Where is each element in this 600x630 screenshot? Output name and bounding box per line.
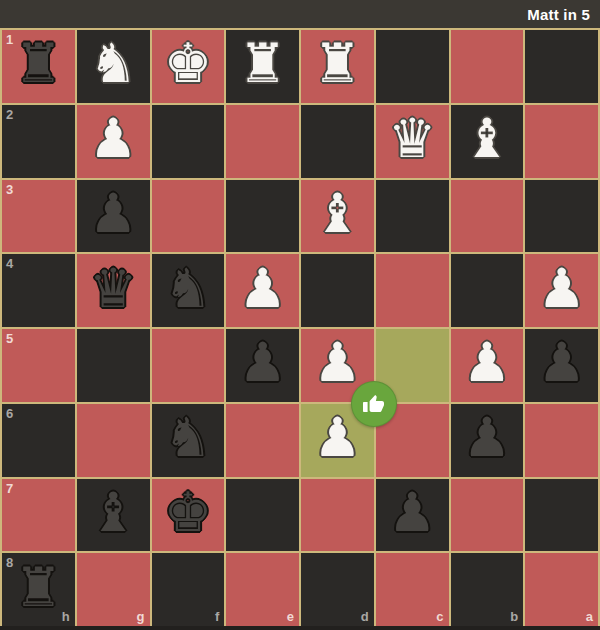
rank-label-8: 8 [6, 555, 13, 570]
file-label-f: f [215, 609, 219, 624]
square-f2[interactable] [152, 105, 225, 178]
file-label-b: b [510, 609, 518, 624]
square-h7[interactable]: 7 [2, 479, 75, 552]
rank-label-5: 5 [6, 331, 13, 346]
board-wrapper: ♜1♞♚♜♜2♟♛♝3♟♝4♛♞♟♟5♟♟♟♟6♞♟♟7♝♚♟♜8hgfedcb… [0, 28, 600, 628]
square-b2[interactable]: ♝ [451, 105, 524, 178]
square-d3[interactable]: ♝ [301, 180, 374, 253]
black-rook[interactable]: ♜ [14, 37, 62, 91]
square-d4[interactable] [301, 254, 374, 327]
square-a2[interactable] [525, 105, 598, 178]
square-e8[interactable]: e [226, 553, 299, 626]
thumbs-up-icon [362, 392, 386, 416]
black-pawn[interactable]: ♟ [238, 336, 286, 390]
square-e7[interactable] [226, 479, 299, 552]
square-f7[interactable]: ♚ [152, 479, 225, 552]
square-a1[interactable] [525, 30, 598, 103]
white-pawn[interactable]: ♟ [463, 336, 511, 390]
black-pawn[interactable]: ♟ [388, 486, 436, 540]
white-knight[interactable]: ♞ [89, 37, 137, 91]
square-c2[interactable]: ♛ [376, 105, 449, 178]
file-label-h: h [62, 609, 70, 624]
square-f4[interactable]: ♞ [152, 254, 225, 327]
square-c4[interactable] [376, 254, 449, 327]
rank-label-2: 2 [6, 107, 13, 122]
white-rook[interactable]: ♜ [313, 37, 361, 91]
square-e3[interactable] [226, 180, 299, 253]
square-a4[interactable]: ♟ [525, 254, 598, 327]
black-king[interactable]: ♚ [164, 486, 212, 540]
square-h4[interactable]: 4 [2, 254, 75, 327]
square-a7[interactable] [525, 479, 598, 552]
square-f1[interactable]: ♚ [152, 30, 225, 103]
file-label-d: d [361, 609, 369, 624]
black-knight[interactable]: ♞ [164, 411, 212, 465]
white-king[interactable]: ♚ [164, 37, 212, 91]
square-c8[interactable]: c [376, 553, 449, 626]
black-pawn[interactable]: ♟ [537, 336, 585, 390]
square-e1[interactable]: ♜ [226, 30, 299, 103]
header-bar: Matt in 5 [0, 0, 600, 28]
white-pawn[interactable]: ♟ [537, 262, 585, 316]
square-b8[interactable]: b [451, 553, 524, 626]
square-d1[interactable]: ♜ [301, 30, 374, 103]
square-e5[interactable]: ♟ [226, 329, 299, 402]
square-g8[interactable]: g [77, 553, 150, 626]
square-g6[interactable] [77, 404, 150, 477]
square-b5[interactable]: ♟ [451, 329, 524, 402]
black-bishop[interactable]: ♝ [89, 486, 137, 540]
square-e2[interactable] [226, 105, 299, 178]
square-f6[interactable]: ♞ [152, 404, 225, 477]
puzzle-title: Matt in 5 [527, 6, 590, 23]
square-h5[interactable]: 5 [2, 329, 75, 402]
square-g1[interactable]: ♞ [77, 30, 150, 103]
rank-label-4: 4 [6, 256, 13, 271]
square-a3[interactable] [525, 180, 598, 253]
black-pawn[interactable]: ♟ [89, 187, 137, 241]
square-g5[interactable] [77, 329, 150, 402]
square-b6[interactable]: ♟ [451, 404, 524, 477]
square-f3[interactable] [152, 180, 225, 253]
black-queen[interactable]: ♛ [89, 262, 137, 316]
square-b3[interactable] [451, 180, 524, 253]
square-d2[interactable] [301, 105, 374, 178]
rank-label-6: 6 [6, 406, 13, 421]
white-pawn[interactable]: ♟ [313, 411, 361, 465]
square-g7[interactable]: ♝ [77, 479, 150, 552]
square-b1[interactable] [451, 30, 524, 103]
square-f8[interactable]: f [152, 553, 225, 626]
white-bishop[interactable]: ♝ [313, 187, 361, 241]
square-d8[interactable]: d [301, 553, 374, 626]
white-queen[interactable]: ♛ [388, 112, 436, 166]
rank-label-7: 7 [6, 481, 13, 496]
square-h1[interactable]: ♜1 [2, 30, 75, 103]
square-g2[interactable]: ♟ [77, 105, 150, 178]
chess-puzzle-app: Matt in 5 ♜1♞♚♜♜2♟♛♝3♟♝4♛♞♟♟5♟♟♟♟6♞♟♟7♝♚… [0, 0, 600, 630]
square-b7[interactable] [451, 479, 524, 552]
square-e4[interactable]: ♟ [226, 254, 299, 327]
white-pawn[interactable]: ♟ [313, 336, 361, 390]
square-c7[interactable]: ♟ [376, 479, 449, 552]
square-c1[interactable] [376, 30, 449, 103]
rank-label-3: 3 [6, 182, 13, 197]
file-label-g: g [137, 609, 145, 624]
square-c3[interactable] [376, 180, 449, 253]
square-h8[interactable]: ♜8h [2, 553, 75, 626]
chess-board: ♜1♞♚♜♜2♟♛♝3♟♝4♛♞♟♟5♟♟♟♟6♞♟♟7♝♚♟♜8hgfedcb… [0, 28, 600, 626]
rank-label-1: 1 [6, 32, 13, 47]
square-g4[interactable]: ♛ [77, 254, 150, 327]
square-g3[interactable]: ♟ [77, 180, 150, 253]
square-h3[interactable]: 3 [2, 180, 75, 253]
black-pawn[interactable]: ♟ [463, 411, 511, 465]
square-e6[interactable] [226, 404, 299, 477]
white-pawn[interactable]: ♟ [89, 112, 137, 166]
white-pawn[interactable]: ♟ [238, 262, 286, 316]
black-rook[interactable]: ♜ [14, 561, 62, 615]
square-a5[interactable]: ♟ [525, 329, 598, 402]
white-rook[interactable]: ♜ [238, 37, 286, 91]
square-a6[interactable] [525, 404, 598, 477]
thumbs-up-badge [351, 381, 397, 427]
square-b4[interactable] [451, 254, 524, 327]
black-knight[interactable]: ♞ [164, 262, 212, 316]
file-label-a: a [586, 609, 593, 624]
square-a8[interactable]: a [525, 553, 598, 626]
square-h2[interactable]: 2 [2, 105, 75, 178]
square-f5[interactable] [152, 329, 225, 402]
file-label-c: c [436, 609, 443, 624]
square-h6[interactable]: 6 [2, 404, 75, 477]
square-d7[interactable] [301, 479, 374, 552]
white-bishop[interactable]: ♝ [463, 112, 511, 166]
file-label-e: e [287, 609, 294, 624]
